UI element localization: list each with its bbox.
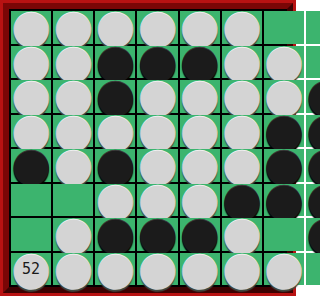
board-cell[interactable]: ● [53,253,93,286]
board-cell[interactable] [11,184,51,217]
board-cell[interactable] [306,253,320,286]
board-cell[interactable]: ● [137,253,177,286]
board-cell[interactable] [306,11,320,44]
board-cell[interactable]: ● [222,253,262,286]
board-cell[interactable]: ● [264,184,304,217]
board-cell[interactable]: ● [180,253,220,286]
othello-board: ●●●●●●●●●●●●●●●●●●●●●●●●●●●●●●●●●●●●●●●●… [9,9,287,287]
board-cell[interactable]: ● [95,253,135,286]
board-cell[interactable]: ●52 [11,253,51,286]
board-cell[interactable]: ● [11,149,51,182]
board-cell[interactable]: ● [53,149,93,182]
board-frame-bevel: ●●●●●●●●●●●●●●●●●●●●●●●●●●●●●●●●●●●●●●●●… [3,3,293,293]
board-frame: ●●●●●●●●●●●●●●●●●●●●●●●●●●●●●●●●●●●●●●●●… [0,0,296,296]
board-cell[interactable]: ● [306,218,320,251]
board-cell[interactable]: ● [264,253,304,286]
